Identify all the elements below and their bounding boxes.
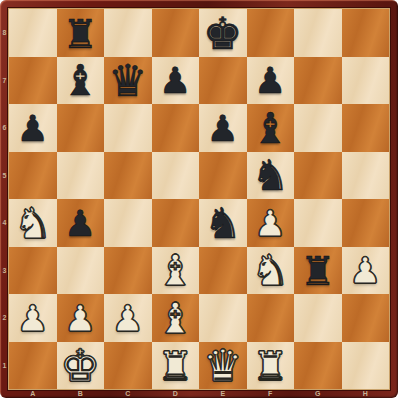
square-d6[interactable] bbox=[152, 104, 200, 152]
rank-label-4: 4 bbox=[0, 199, 9, 247]
black-pawn-piece[interactable]: ♟ bbox=[254, 63, 286, 99]
square-e3[interactable] bbox=[199, 247, 247, 295]
square-f5[interactable]: ♞ bbox=[247, 152, 295, 200]
rank-label-7: 7 bbox=[0, 57, 9, 105]
square-f7[interactable]: ♟ bbox=[247, 57, 295, 105]
square-b5[interactable] bbox=[57, 152, 105, 200]
square-e7[interactable] bbox=[199, 57, 247, 105]
rank-label-5: 5 bbox=[0, 152, 9, 200]
square-c3[interactable] bbox=[104, 247, 152, 295]
white-knight-piece[interactable]: ♞ bbox=[14, 203, 52, 245]
square-e2[interactable] bbox=[199, 294, 247, 342]
black-bishop-piece[interactable]: ♝ bbox=[61, 60, 99, 102]
square-h5[interactable] bbox=[342, 152, 390, 200]
square-b3[interactable] bbox=[57, 247, 105, 295]
square-e8[interactable]: ♚ bbox=[199, 9, 247, 57]
square-h3[interactable]: ♟ bbox=[342, 247, 390, 295]
square-h4[interactable] bbox=[342, 199, 390, 247]
square-c8[interactable] bbox=[104, 9, 152, 57]
white-pawn-piece[interactable]: ♟ bbox=[17, 301, 49, 337]
white-pawn-piece[interactable]: ♟ bbox=[254, 206, 286, 242]
square-b4[interactable]: ♟ bbox=[57, 199, 105, 247]
white-bishop-piece[interactable]: ♝ bbox=[156, 250, 194, 292]
square-a1[interactable] bbox=[9, 342, 57, 390]
black-pawn-piece[interactable]: ♟ bbox=[159, 63, 191, 99]
square-b1[interactable]: ♚ bbox=[57, 342, 105, 390]
black-king-piece[interactable]: ♚ bbox=[203, 12, 242, 56]
square-a6[interactable]: ♟ bbox=[9, 104, 57, 152]
square-f2[interactable] bbox=[247, 294, 295, 342]
white-pawn-piece[interactable]: ♟ bbox=[112, 301, 144, 337]
file-label-b: B bbox=[57, 388, 105, 398]
white-rook-piece[interactable]: ♜ bbox=[157, 346, 193, 386]
square-h7[interactable] bbox=[342, 57, 390, 105]
square-d4[interactable] bbox=[152, 199, 200, 247]
white-pawn-piece[interactable]: ♟ bbox=[349, 253, 381, 289]
square-c4[interactable] bbox=[104, 199, 152, 247]
square-g5[interactable] bbox=[294, 152, 342, 200]
square-c2[interactable]: ♟ bbox=[104, 294, 152, 342]
file-labels: ABCDEFGH bbox=[9, 388, 389, 398]
square-c7[interactable]: ♛ bbox=[104, 57, 152, 105]
rank-label-3: 3 bbox=[0, 247, 9, 295]
square-g3[interactable]: ♜ bbox=[294, 247, 342, 295]
square-a5[interactable] bbox=[9, 152, 57, 200]
square-f3[interactable]: ♞ bbox=[247, 247, 295, 295]
square-h6[interactable] bbox=[342, 104, 390, 152]
square-f8[interactable] bbox=[247, 9, 295, 57]
square-b8[interactable]: ♜ bbox=[57, 9, 105, 57]
file-label-h: H bbox=[342, 388, 390, 398]
white-pawn-piece[interactable]: ♟ bbox=[64, 301, 96, 337]
black-pawn-piece[interactable]: ♟ bbox=[207, 111, 239, 147]
square-a4[interactable]: ♞ bbox=[9, 199, 57, 247]
rank-label-6: 6 bbox=[0, 104, 9, 152]
square-e4[interactable]: ♞ bbox=[199, 199, 247, 247]
black-rook-piece[interactable]: ♜ bbox=[62, 14, 98, 54]
square-e1[interactable]: ♛ bbox=[199, 342, 247, 390]
square-d3[interactable]: ♝ bbox=[152, 247, 200, 295]
black-pawn-piece[interactable]: ♟ bbox=[64, 206, 96, 242]
square-g8[interactable] bbox=[294, 9, 342, 57]
square-g1[interactable] bbox=[294, 342, 342, 390]
square-g7[interactable] bbox=[294, 57, 342, 105]
black-knight-piece[interactable]: ♞ bbox=[251, 155, 289, 197]
square-a8[interactable] bbox=[9, 9, 57, 57]
square-h1[interactable] bbox=[342, 342, 390, 390]
square-e6[interactable]: ♟ bbox=[199, 104, 247, 152]
rank-labels: 87654321 bbox=[0, 9, 9, 389]
white-knight-piece[interactable]: ♞ bbox=[251, 250, 289, 292]
chess-board: ♜♚♝♛♟♟♟♟♝♞♞♟♞♟♝♞♜♟♟♟♟♝♚♜♛♜ bbox=[9, 9, 389, 389]
square-c1[interactable] bbox=[104, 342, 152, 390]
white-bishop-piece[interactable]: ♝ bbox=[156, 298, 194, 340]
black-queen-piece[interactable]: ♛ bbox=[108, 59, 147, 103]
chess-board-frame: ♜♚♝♛♟♟♟♟♝♞♞♟♞♟♝♞♜♟♟♟♟♝♚♜♛♜ 87654321 ABCD… bbox=[0, 0, 398, 398]
square-f6[interactable]: ♝ bbox=[247, 104, 295, 152]
black-rook-piece[interactable]: ♜ bbox=[300, 251, 336, 291]
rank-label-2: 2 bbox=[0, 294, 9, 342]
square-d1[interactable]: ♜ bbox=[152, 342, 200, 390]
file-label-g: G bbox=[294, 388, 342, 398]
square-g4[interactable] bbox=[294, 199, 342, 247]
square-b7[interactable]: ♝ bbox=[57, 57, 105, 105]
square-h8[interactable] bbox=[342, 9, 390, 57]
rank-label-8: 8 bbox=[0, 9, 9, 57]
square-b6[interactable] bbox=[57, 104, 105, 152]
square-d8[interactable] bbox=[152, 9, 200, 57]
square-d5[interactable] bbox=[152, 152, 200, 200]
black-pawn-piece[interactable]: ♟ bbox=[17, 111, 49, 147]
black-knight-piece[interactable]: ♞ bbox=[204, 203, 242, 245]
square-g2[interactable] bbox=[294, 294, 342, 342]
square-f4[interactable]: ♟ bbox=[247, 199, 295, 247]
square-d7[interactable]: ♟ bbox=[152, 57, 200, 105]
black-bishop-piece[interactable]: ♝ bbox=[251, 108, 289, 150]
square-f1[interactable]: ♜ bbox=[247, 342, 295, 390]
square-e5[interactable] bbox=[199, 152, 247, 200]
file-label-d: D bbox=[152, 388, 200, 398]
square-a7[interactable] bbox=[9, 57, 57, 105]
white-rook-piece[interactable]: ♜ bbox=[252, 346, 288, 386]
square-g6[interactable] bbox=[294, 104, 342, 152]
rank-label-1: 1 bbox=[0, 342, 9, 390]
square-a2[interactable]: ♟ bbox=[9, 294, 57, 342]
square-b2[interactable]: ♟ bbox=[57, 294, 105, 342]
white-king-piece[interactable]: ♚ bbox=[61, 344, 100, 388]
square-h2[interactable] bbox=[342, 294, 390, 342]
square-d2[interactable]: ♝ bbox=[152, 294, 200, 342]
square-a3[interactable] bbox=[9, 247, 57, 295]
white-queen-piece[interactable]: ♛ bbox=[203, 344, 242, 388]
file-label-f: F bbox=[247, 388, 295, 398]
file-label-a: A bbox=[9, 388, 57, 398]
square-c6[interactable] bbox=[104, 104, 152, 152]
file-label-c: C bbox=[104, 388, 152, 398]
square-c5[interactable] bbox=[104, 152, 152, 200]
file-label-e: E bbox=[199, 388, 247, 398]
